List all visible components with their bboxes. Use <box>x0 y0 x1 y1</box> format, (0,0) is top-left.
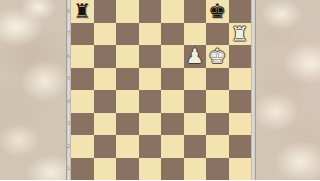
square-c7[interactable] <box>116 23 139 46</box>
square-f6[interactable]: ♟ <box>184 45 207 68</box>
square-h7[interactable]: ♜ <box>229 23 252 46</box>
square-b1[interactable] <box>94 158 117 181</box>
square-c3[interactable] <box>116 113 139 136</box>
square-b2[interactable] <box>94 135 117 158</box>
square-a4[interactable] <box>71 90 94 113</box>
square-d6[interactable] <box>139 45 162 68</box>
square-g1[interactable] <box>206 158 229 181</box>
square-b8[interactable] <box>94 0 117 23</box>
square-f1[interactable] <box>184 158 207 181</box>
square-g4[interactable] <box>206 90 229 113</box>
square-g8[interactable]: ♚ <box>206 0 229 23</box>
square-e7[interactable] <box>161 23 184 46</box>
square-c6[interactable] <box>116 45 139 68</box>
square-h1[interactable] <box>229 158 252 181</box>
square-a2[interactable] <box>71 135 94 158</box>
square-a3[interactable] <box>71 113 94 136</box>
square-e3[interactable] <box>161 113 184 136</box>
square-b5[interactable] <box>94 68 117 91</box>
square-g7[interactable] <box>206 23 229 46</box>
square-d5[interactable] <box>139 68 162 91</box>
square-g3[interactable] <box>206 113 229 136</box>
square-b4[interactable] <box>94 90 117 113</box>
square-c5[interactable] <box>116 68 139 91</box>
square-f5[interactable] <box>184 68 207 91</box>
black-rook[interactable]: ♜ <box>73 1 91 21</box>
square-e8[interactable] <box>161 0 184 23</box>
square-d8[interactable] <box>139 0 162 23</box>
square-f4[interactable] <box>184 90 207 113</box>
square-e6[interactable] <box>161 45 184 68</box>
white-rook[interactable]: ♜ <box>231 24 249 44</box>
square-h3[interactable] <box>229 113 252 136</box>
square-b3[interactable] <box>94 113 117 136</box>
square-f7[interactable] <box>184 23 207 46</box>
square-d3[interactable] <box>139 113 162 136</box>
square-b6[interactable] <box>94 45 117 68</box>
square-h8[interactable] <box>229 0 252 23</box>
square-e2[interactable] <box>161 135 184 158</box>
square-c8[interactable] <box>116 0 139 23</box>
square-a6[interactable] <box>71 45 94 68</box>
square-f8[interactable] <box>184 0 207 23</box>
square-g2[interactable] <box>206 135 229 158</box>
square-a5[interactable] <box>71 68 94 91</box>
square-h2[interactable] <box>229 135 252 158</box>
square-e1[interactable] <box>161 158 184 181</box>
square-d2[interactable] <box>139 135 162 158</box>
square-d7[interactable] <box>139 23 162 46</box>
white-king[interactable]: ♚ <box>208 46 226 66</box>
square-a8[interactable]: ♜ <box>71 0 94 23</box>
square-c4[interactable] <box>116 90 139 113</box>
square-g5[interactable] <box>206 68 229 91</box>
square-b7[interactable] <box>94 23 117 46</box>
square-a1[interactable] <box>71 158 94 181</box>
square-e4[interactable] <box>161 90 184 113</box>
chess-board-frame: 87654321 ♜♚♜♟♚ <box>66 0 256 180</box>
square-a7[interactable] <box>71 23 94 46</box>
white-pawn[interactable]: ♟ <box>186 46 204 66</box>
square-e5[interactable] <box>161 68 184 91</box>
square-c1[interactable] <box>116 158 139 181</box>
marble-background: 87654321 ♜♚♜♟♚ <box>0 0 320 180</box>
square-h4[interactable] <box>229 90 252 113</box>
square-d1[interactable] <box>139 158 162 181</box>
board-right-edge <box>251 0 256 180</box>
square-h6[interactable] <box>229 45 252 68</box>
square-c2[interactable] <box>116 135 139 158</box>
square-f3[interactable] <box>184 113 207 136</box>
board: ♜♚♜♟♚ <box>71 0 251 180</box>
square-d4[interactable] <box>139 90 162 113</box>
square-h5[interactable] <box>229 68 252 91</box>
black-king[interactable]: ♚ <box>208 1 226 21</box>
square-f2[interactable] <box>184 135 207 158</box>
square-g6[interactable]: ♚ <box>206 45 229 68</box>
